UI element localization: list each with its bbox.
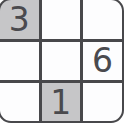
digit-r1c2: 6 bbox=[92, 44, 113, 77]
cell-r1c0[interactable] bbox=[0, 42, 39, 80]
cell-r0c2[interactable] bbox=[83, 0, 122, 39]
cell-r1c1[interactable] bbox=[42, 42, 80, 80]
digit-r2c1: 1 bbox=[50, 86, 71, 119]
cell-r0c0[interactable]: 3 bbox=[0, 0, 39, 39]
digit-r0c0: 3 bbox=[9, 3, 30, 36]
cell-r2c2[interactable] bbox=[83, 83, 122, 121]
sudoku-app-icon: 3 6 1 bbox=[0, 0, 124, 124]
cell-r2c0[interactable] bbox=[0, 83, 39, 121]
cell-r2c1[interactable]: 1 bbox=[42, 83, 80, 121]
cell-r1c2[interactable]: 6 bbox=[83, 42, 122, 80]
sudoku-grid: 3 6 1 bbox=[0, 0, 124, 123]
cell-r0c1[interactable] bbox=[42, 0, 80, 39]
